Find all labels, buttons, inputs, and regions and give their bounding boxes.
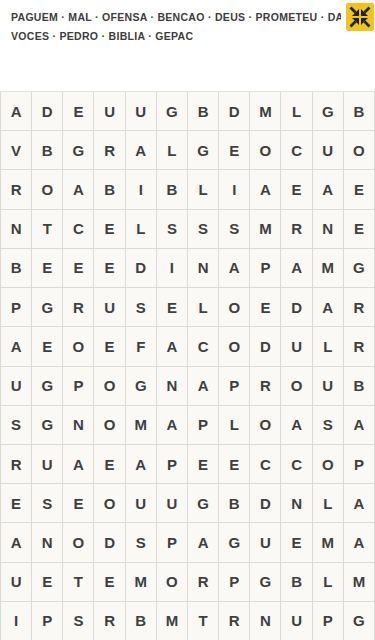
grid-cell-r3c5[interactable]: I	[126, 170, 156, 208]
grid-cell-r13c1[interactable]: U	[1, 563, 31, 601]
grid-cell-r7c8[interactable]: O	[219, 327, 249, 365]
grid-cell-r8c11[interactable]: U	[313, 367, 343, 405]
grid-cell-r13c9[interactable]: G	[250, 563, 280, 601]
grid-cell-r6c10[interactable]: D	[281, 288, 311, 326]
grid-cell-r11c4[interactable]: O	[94, 484, 124, 522]
grid-cell-r10c6[interactable]: P	[157, 445, 187, 483]
grid-cell-r6c11[interactable]: A	[313, 288, 343, 326]
grid-cell-r11c10[interactable]: N	[281, 484, 311, 522]
grid-cell-r12c9[interactable]: U	[250, 523, 280, 561]
word-search-screen: PAGUEM · MAL · OFENSA · BENCAO · DEUS · …	[0, 0, 375, 640]
grid-cell-r3c6[interactable]: B	[157, 170, 187, 208]
grid-cell-r3c12[interactable]: E	[344, 170, 374, 208]
grid-cell-r1c11[interactable]: G	[313, 92, 343, 130]
grid-cell-r6c3[interactable]: R	[63, 288, 93, 326]
grid-cell-r2c4[interactable]: R	[94, 131, 124, 169]
grid-cell-r13c5[interactable]: M	[126, 563, 156, 601]
grid-cell-r5c1[interactable]: B	[1, 249, 31, 287]
grid-cell-r11c7[interactable]: G	[188, 484, 218, 522]
grid-cell-r14c2[interactable]: P	[32, 602, 62, 640]
grid-cell-r3c2[interactable]: O	[32, 170, 62, 208]
grid-cell-r9c9[interactable]: O	[250, 406, 280, 444]
grid-cell-r8c2[interactable]: G	[32, 367, 62, 405]
grid-cell-r14c1[interactable]: I	[1, 602, 31, 640]
grid-cell-r5c7[interactable]: N	[188, 249, 218, 287]
grid-cell-r5c9[interactable]: P	[250, 249, 280, 287]
grid-cell-r4c4[interactable]: E	[94, 210, 124, 248]
grid-cell-r9c7[interactable]: P	[188, 406, 218, 444]
letter-grid: ADEUUGBDMLGBVBGRALGEOCUOROABIBLIAEAENTCE…	[0, 92, 375, 640]
grid-cell-r1c4[interactable]: U	[94, 92, 124, 130]
grid-cell-r14c7[interactable]: T	[188, 602, 218, 640]
grid-cell-r9c11[interactable]: S	[313, 406, 343, 444]
grid-cell-r2c9[interactable]: O	[250, 131, 280, 169]
grid-cell-r8c7[interactable]: A	[188, 367, 218, 405]
grid-cell-r14c5[interactable]: B	[126, 602, 156, 640]
word-list-line-1: PAGUEM · MAL · OFENSA · BENCAO · DEUS · …	[11, 8, 341, 27]
grid-cell-r12c4[interactable]: D	[94, 523, 124, 561]
grid-cell-r7c5[interactable]: F	[126, 327, 156, 365]
grid-cell-r1c3[interactable]: E	[63, 92, 93, 130]
grid-cell-r9c4[interactable]: O	[94, 406, 124, 444]
grid-cell-r5c11[interactable]: M	[313, 249, 343, 287]
grid-cell-r6c4[interactable]: U	[94, 288, 124, 326]
grid-cell-r4c10[interactable]: R	[281, 210, 311, 248]
grid-cell-r3c10[interactable]: E	[281, 170, 311, 208]
grid-cell-r13c7[interactable]: R	[188, 563, 218, 601]
grid-cell-r4c9[interactable]: M	[250, 210, 280, 248]
grid-cell-r7c4[interactable]: E	[94, 327, 124, 365]
grid-cell-r10c8[interactable]: E	[219, 445, 249, 483]
grid-cell-r7c11[interactable]: L	[313, 327, 343, 365]
grid-cell-r3c8[interactable]: I	[219, 170, 249, 208]
grid-cell-r13c10[interactable]: B	[281, 563, 311, 601]
grid-cell-r1c12[interactable]: B	[344, 92, 374, 130]
grid-cell-r10c10[interactable]: C	[281, 445, 311, 483]
grid-cell-r3c11[interactable]: A	[313, 170, 343, 208]
grid-cell-r1c2[interactable]: D	[32, 92, 62, 130]
grid-cell-r4c2[interactable]: T	[32, 210, 62, 248]
grid-cell-r12c1[interactable]: A	[1, 523, 31, 561]
grid-cell-r13c2[interactable]: E	[32, 563, 62, 601]
grid-cell-r7c6[interactable]: A	[157, 327, 187, 365]
grid-cell-r7c9[interactable]: D	[250, 327, 280, 365]
grid-cell-r7c12[interactable]: R	[344, 327, 374, 365]
grid-cell-r2c11[interactable]: U	[313, 131, 343, 169]
grid-cell-r13c8[interactable]: P	[219, 563, 249, 601]
grid-cell-r13c6[interactable]: O	[157, 563, 187, 601]
grid-cell-r9c6[interactable]: A	[157, 406, 187, 444]
grid-cell-r9c5[interactable]: M	[126, 406, 156, 444]
grid-cell-r10c1[interactable]: R	[1, 445, 31, 483]
grid-cell-r2c1[interactable]: V	[1, 131, 31, 169]
grid-cell-r3c4[interactable]: B	[94, 170, 124, 208]
grid-cell-r12c2[interactable]: N	[32, 523, 62, 561]
grid-cell-r8c4[interactable]: O	[94, 367, 124, 405]
grid-cell-r14c11[interactable]: P	[313, 602, 343, 640]
grid-cell-r5c3[interactable]: E	[63, 249, 93, 287]
grid-cell-r4c7[interactable]: S	[188, 210, 218, 248]
grid-cell-r11c1[interactable]: E	[1, 484, 31, 522]
grid-cell-r12c6[interactable]: P	[157, 523, 187, 561]
grid-cell-r3c9[interactable]: A	[250, 170, 280, 208]
grid-cell-r3c3[interactable]: A	[63, 170, 93, 208]
grid-cell-r2c7[interactable]: G	[188, 131, 218, 169]
grid-cell-r9c2[interactable]: G	[32, 406, 62, 444]
grid-cell-r2c12[interactable]: O	[344, 131, 374, 169]
grid-cell-r1c1[interactable]: A	[1, 92, 31, 130]
grid-cell-r14c6[interactable]: M	[157, 602, 187, 640]
grid-cell-r4c12[interactable]: E	[344, 210, 374, 248]
grid-cell-r14c4[interactable]: R	[94, 602, 124, 640]
grid-cell-r10c9[interactable]: C	[250, 445, 280, 483]
grid-cell-r12c8[interactable]: G	[219, 523, 249, 561]
grid-cell-r9c3[interactable]: N	[63, 406, 93, 444]
grid-cell-r12c5[interactable]: S	[126, 523, 156, 561]
grid-cell-r11c5[interactable]: U	[126, 484, 156, 522]
grid-cell-r7c2[interactable]: E	[32, 327, 62, 365]
grid-cell-r14c9[interactable]: N	[250, 602, 280, 640]
grid-cell-r12c12[interactable]: A	[344, 523, 374, 561]
grid-cell-r9c10[interactable]: A	[281, 406, 311, 444]
grid-cell-r8c1[interactable]: U	[1, 367, 31, 405]
grid-cell-r10c2[interactable]: U	[32, 445, 62, 483]
grid-cell-r5c8[interactable]: A	[219, 249, 249, 287]
grid-cell-r14c12[interactable]: G	[344, 602, 374, 640]
grid-cell-r2c5[interactable]: A	[126, 131, 156, 169]
grid-cell-r13c3[interactable]: T	[63, 563, 93, 601]
grid-cell-r11c11[interactable]: L	[313, 484, 343, 522]
grid-cell-r7c7[interactable]: C	[188, 327, 218, 365]
collapse-button[interactable]	[346, 3, 374, 31]
grid-cell-r1c8[interactable]: D	[219, 92, 249, 130]
grid-cell-r6c8[interactable]: O	[219, 288, 249, 326]
grid-cell-r7c1[interactable]: A	[1, 327, 31, 365]
grid-cell-r9c8[interactable]: L	[219, 406, 249, 444]
grid-cell-r6c2[interactable]: G	[32, 288, 62, 326]
grid-cell-r4c1[interactable]: N	[1, 210, 31, 248]
grid-cell-r8c12[interactable]: B	[344, 367, 374, 405]
grid-cell-r10c12[interactable]: P	[344, 445, 374, 483]
grid-cell-r2c10[interactable]: C	[281, 131, 311, 169]
grid-cell-r2c6[interactable]: L	[157, 131, 187, 169]
grid-cell-r10c4[interactable]: E	[94, 445, 124, 483]
grid-cell-r3c7[interactable]: L	[188, 170, 218, 208]
grid-cell-r4c3[interactable]: C	[63, 210, 93, 248]
grid-cell-r6c7[interactable]: L	[188, 288, 218, 326]
grid-cell-r8c3[interactable]: P	[63, 367, 93, 405]
grid-cell-r14c10[interactable]: U	[281, 602, 311, 640]
grid-cell-r3c1[interactable]: R	[1, 170, 31, 208]
grid-cell-r6c6[interactable]: E	[157, 288, 187, 326]
grid-cell-r5c12[interactable]: G	[344, 249, 374, 287]
grid-cell-r1c9[interactable]: M	[250, 92, 280, 130]
grid-cell-r10c11[interactable]: O	[313, 445, 343, 483]
grid-cell-r13c4[interactable]: E	[94, 563, 124, 601]
grid-cell-r8c10[interactable]: O	[281, 367, 311, 405]
grid-cell-r6c1[interactable]: P	[1, 288, 31, 326]
grid-cell-r2c8[interactable]: E	[219, 131, 249, 169]
grid-cell-r13c11[interactable]: L	[313, 563, 343, 601]
grid-cell-r11c6[interactable]: U	[157, 484, 187, 522]
grid-cell-r4c11[interactable]: N	[313, 210, 343, 248]
grid-cell-r5c6[interactable]: I	[157, 249, 187, 287]
grid-cell-r8c8[interactable]: P	[219, 367, 249, 405]
grid-cell-r1c5[interactable]: U	[126, 92, 156, 130]
grid-cell-r13c12[interactable]: M	[344, 563, 374, 601]
grid-cell-r4c6[interactable]: S	[157, 210, 187, 248]
grid-cell-r6c12[interactable]: R	[344, 288, 374, 326]
grid-cell-r12c3[interactable]: O	[63, 523, 93, 561]
grid-cell-r8c6[interactable]: N	[157, 367, 187, 405]
grid-cell-r9c1[interactable]: S	[1, 406, 31, 444]
grid-cell-r9c12[interactable]: A	[344, 406, 374, 444]
grid-cell-r8c5[interactable]: G	[126, 367, 156, 405]
grid-cell-r6c9[interactable]: E	[250, 288, 280, 326]
word-list-bar: PAGUEM · MAL · OFENSA · BENCAO · DEUS · …	[0, 0, 375, 92]
grid-cell-r5c2[interactable]: E	[32, 249, 62, 287]
grid-cell-r1c7[interactable]: B	[188, 92, 218, 130]
grid-cell-r2c2[interactable]: B	[32, 131, 62, 169]
grid-cell-r8c9[interactable]: R	[250, 367, 280, 405]
grid-cell-r14c3[interactable]: S	[63, 602, 93, 640]
grid-cell-r11c2[interactable]: S	[32, 484, 62, 522]
grid-cell-r5c10[interactable]: A	[281, 249, 311, 287]
grid-cell-r2c3[interactable]: G	[63, 131, 93, 169]
grid-cell-r6c5[interactable]: S	[126, 288, 156, 326]
grid-cell-r11c8[interactable]: B	[219, 484, 249, 522]
grid-cell-r4c5[interactable]: L	[126, 210, 156, 248]
grid-cell-r11c9[interactable]: D	[250, 484, 280, 522]
grid-cell-r14c8[interactable]: R	[219, 602, 249, 640]
grid-cell-r12c7[interactable]: A	[188, 523, 218, 561]
grid-cell-r11c12[interactable]: A	[344, 484, 374, 522]
grid-cell-r10c7[interactable]: E	[188, 445, 218, 483]
grid-cell-r1c10[interactable]: L	[281, 92, 311, 130]
grid-cell-r5c4[interactable]: E	[94, 249, 124, 287]
collapse-icon	[346, 3, 374, 31]
grid-cell-r12c11[interactable]: M	[313, 523, 343, 561]
grid-cell-r11c3[interactable]: E	[63, 484, 93, 522]
grid-cell-r12c10[interactable]: E	[281, 523, 311, 561]
word-list-line-2: VOCES · PEDRO · BIBLIA · GEPAC	[11, 27, 341, 46]
grid-cell-r10c3[interactable]: A	[63, 445, 93, 483]
grid-cell-r5c5[interactable]: D	[126, 249, 156, 287]
grid-cell-r4c8[interactable]: S	[219, 210, 249, 248]
grid-cell-r10c5[interactable]: A	[126, 445, 156, 483]
grid-cell-r1c6[interactable]: G	[157, 92, 187, 130]
grid-cell-r7c10[interactable]: U	[281, 327, 311, 365]
grid-cell-r7c3[interactable]: O	[63, 327, 93, 365]
